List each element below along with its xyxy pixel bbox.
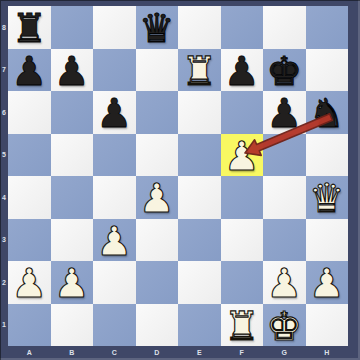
square-b5[interactable] — [51, 134, 94, 177]
square-e7[interactable]: ♜ — [178, 49, 221, 92]
square-f8[interactable] — [221, 6, 264, 49]
piece-white-pawn[interactable]: ♟ — [266, 262, 302, 305]
square-b4[interactable] — [51, 176, 94, 219]
square-d1[interactable] — [136, 304, 179, 347]
file-label-f: F — [221, 346, 264, 359]
square-e3[interactable] — [178, 219, 221, 262]
square-b7[interactable]: ♟ — [51, 49, 94, 92]
square-h2[interactable]: ♟ — [306, 261, 349, 304]
square-c7[interactable] — [93, 49, 136, 92]
square-a2[interactable]: ♟ — [8, 261, 51, 304]
piece-white-rook[interactable]: ♜ — [181, 50, 217, 93]
square-h1[interactable] — [306, 304, 349, 347]
square-d4[interactable]: ♟ — [136, 176, 179, 219]
piece-black-pawn[interactable]: ♟ — [96, 92, 132, 135]
file-label-g: G — [263, 346, 306, 359]
square-c6[interactable]: ♟ — [93, 91, 136, 134]
square-f6[interactable] — [221, 91, 264, 134]
piece-black-pawn[interactable]: ♟ — [224, 50, 260, 93]
square-b3[interactable] — [51, 219, 94, 262]
piece-white-queen[interactable]: ♛ — [309, 177, 345, 220]
square-b1[interactable] — [51, 304, 94, 347]
piece-black-pawn[interactable]: ♟ — [11, 50, 47, 93]
square-e5[interactable] — [178, 134, 221, 177]
square-c5[interactable] — [93, 134, 136, 177]
square-a8[interactable]: ♜ — [8, 6, 51, 49]
square-h4[interactable]: ♛ — [306, 176, 349, 219]
square-e1[interactable] — [178, 304, 221, 347]
square-d8[interactable]: ♛ — [136, 6, 179, 49]
square-d3[interactable] — [136, 219, 179, 262]
file-label-e: E — [178, 346, 221, 359]
square-g8[interactable] — [263, 6, 306, 49]
chess-board: ♜♛♟♟♜♟♚♟♟♞♟♟♛♟♟♟♟♟♜♚ — [8, 6, 348, 346]
square-c8[interactable] — [93, 6, 136, 49]
square-d6[interactable] — [136, 91, 179, 134]
rank-label-6: 6 — [0, 91, 8, 134]
file-label-c: C — [93, 346, 136, 359]
square-h8[interactable] — [306, 6, 349, 49]
square-f5[interactable]: ♟ — [221, 134, 264, 177]
square-a5[interactable] — [8, 134, 51, 177]
square-h5[interactable] — [306, 134, 349, 177]
square-f3[interactable] — [221, 219, 264, 262]
square-b6[interactable] — [51, 91, 94, 134]
square-e2[interactable] — [178, 261, 221, 304]
file-label-a: A — [8, 346, 51, 359]
square-e4[interactable] — [178, 176, 221, 219]
square-f4[interactable] — [221, 176, 264, 219]
piece-white-rook[interactable]: ♜ — [224, 305, 260, 348]
square-g1[interactable]: ♚ — [263, 304, 306, 347]
square-a7[interactable]: ♟ — [8, 49, 51, 92]
piece-black-king[interactable]: ♚ — [266, 50, 302, 93]
square-a4[interactable] — [8, 176, 51, 219]
rank-label-7: 7 — [0, 49, 8, 92]
square-c2[interactable] — [93, 261, 136, 304]
piece-black-pawn[interactable]: ♟ — [266, 92, 302, 135]
square-c1[interactable] — [93, 304, 136, 347]
piece-black-rook[interactable]: ♜ — [11, 7, 47, 50]
piece-black-knight[interactable]: ♞ — [309, 92, 345, 135]
rank-label-1: 1 — [0, 304, 8, 347]
square-g3[interactable] — [263, 219, 306, 262]
rank-label-4: 4 — [0, 176, 8, 219]
square-b2[interactable]: ♟ — [51, 261, 94, 304]
square-g5[interactable] — [263, 134, 306, 177]
chess-board-frame: ♜♛♟♟♜♟♚♟♟♞♟♟♛♟♟♟♟♟♜♚ 87654321 ABCDEFGH — [0, 0, 360, 360]
rank-label-8: 8 — [0, 6, 8, 49]
square-b8[interactable] — [51, 6, 94, 49]
piece-black-pawn[interactable]: ♟ — [54, 50, 90, 93]
square-d5[interactable] — [136, 134, 179, 177]
square-g6[interactable]: ♟ — [263, 91, 306, 134]
piece-white-pawn[interactable]: ♟ — [139, 177, 175, 220]
square-c4[interactable] — [93, 176, 136, 219]
square-e6[interactable] — [178, 91, 221, 134]
square-f2[interactable] — [221, 261, 264, 304]
square-g2[interactable]: ♟ — [263, 261, 306, 304]
square-a6[interactable] — [8, 91, 51, 134]
piece-white-pawn[interactable]: ♟ — [54, 262, 90, 305]
piece-white-pawn[interactable]: ♟ — [96, 220, 132, 263]
file-label-h: H — [306, 346, 349, 359]
square-h7[interactable] — [306, 49, 349, 92]
square-a3[interactable] — [8, 219, 51, 262]
square-g7[interactable]: ♚ — [263, 49, 306, 92]
square-h3[interactable] — [306, 219, 349, 262]
square-f1[interactable]: ♜ — [221, 304, 264, 347]
piece-white-pawn[interactable]: ♟ — [309, 262, 345, 305]
square-e8[interactable] — [178, 6, 221, 49]
square-d7[interactable] — [136, 49, 179, 92]
square-c3[interactable]: ♟ — [93, 219, 136, 262]
rank-label-2: 2 — [0, 261, 8, 304]
piece-white-pawn[interactable]: ♟ — [11, 262, 47, 305]
square-a1[interactable] — [8, 304, 51, 347]
square-h6[interactable]: ♞ — [306, 91, 349, 134]
square-g4[interactable] — [263, 176, 306, 219]
square-d2[interactable] — [136, 261, 179, 304]
piece-white-king[interactable]: ♚ — [266, 305, 302, 348]
rank-label-3: 3 — [0, 219, 8, 262]
square-f7[interactable]: ♟ — [221, 49, 264, 92]
piece-black-queen[interactable]: ♛ — [139, 7, 175, 50]
file-label-b: B — [51, 346, 94, 359]
file-label-d: D — [136, 346, 179, 359]
rank-label-5: 5 — [0, 134, 8, 177]
piece-white-pawn[interactable]: ♟ — [224, 135, 260, 178]
